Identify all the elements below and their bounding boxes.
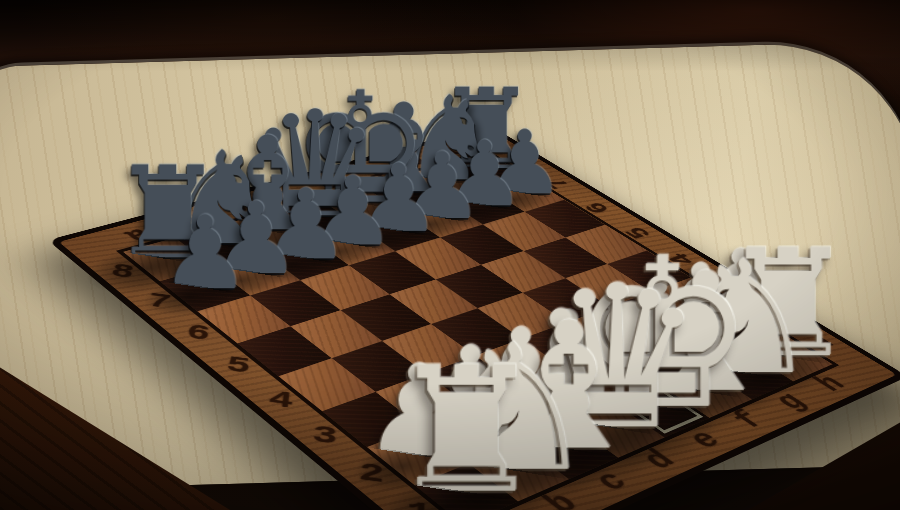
perspective-rig: 8877665544332211aabbccddeeffgghh♜♞♝♛♚♝♞♜… [0, 0, 900, 510]
chess-board[interactable]: 8877665544332211aabbccddeeffgghh♜♞♝♛♚♝♞♜… [48, 125, 900, 510]
rank-label-4-left: 4 [260, 387, 300, 413]
piece-black-pawn-a7[interactable]: ♟ [137, 95, 272, 289]
camera-roll-wrap: 8877665544332211aabbccddeeffgghh♜♞♝♛♚♝♞♜… [0, 0, 900, 510]
white-rook-glyph: ♜ [388, 362, 544, 501]
piece-white-rook-a1[interactable]: ♜ [378, 241, 555, 493]
chess-scene: 8877665544332211aabbccddeeffgghh♜♞♝♛♚♝♞♜… [0, 0, 900, 510]
rank-label-5-left: 5 [218, 353, 258, 378]
rank-label-6-left: 6 [178, 321, 218, 345]
